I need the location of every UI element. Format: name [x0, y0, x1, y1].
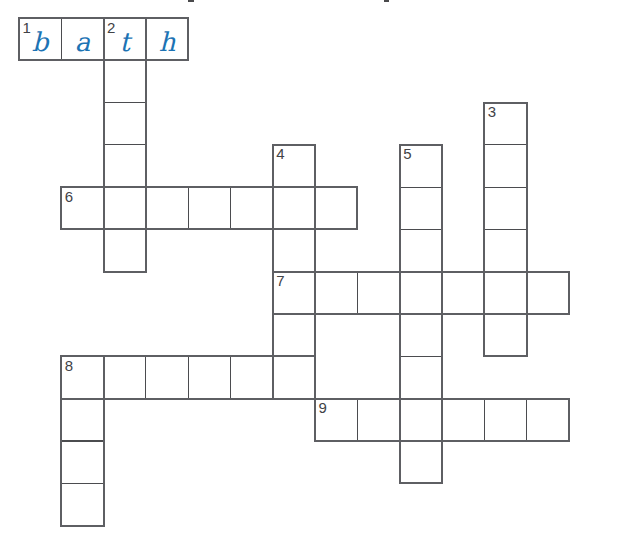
grid-cell-r8c9[interactable]	[399, 356, 442, 399]
crossword-board: bath123456789	[0, 0, 629, 543]
grid-cell-r4c7[interactable]	[315, 187, 358, 230]
grid-cell-r9c11[interactable]	[484, 398, 527, 441]
grid-cell-r5c6[interactable]	[272, 229, 315, 272]
grid-cell-r5c2[interactable]	[103, 229, 146, 272]
grid-cell-r7c6[interactable]	[272, 314, 315, 357]
grid-cell-r6c6[interactable]	[272, 271, 315, 314]
grid-cell-r8c4[interactable]	[188, 356, 231, 399]
grid-cell-r1c2[interactable]	[103, 60, 146, 103]
grid-cell-r6c7[interactable]	[315, 271, 358, 314]
grid-cell-r7c11[interactable]	[484, 314, 527, 357]
grid-cell-r6c12[interactable]	[526, 271, 569, 314]
grid-cell-r6c10[interactable]	[442, 271, 485, 314]
grid-cell-r6c9[interactable]	[399, 271, 442, 314]
grid-cell-r10c9[interactable]	[399, 441, 442, 484]
grid-cell-r3c9[interactable]	[399, 144, 442, 187]
grid-cell-r11c1[interactable]	[61, 483, 104, 526]
grid-cell-r4c1[interactable]	[61, 187, 104, 230]
grid-cell-r8c6[interactable]	[272, 356, 315, 399]
grid-cell-r5c9[interactable]	[399, 229, 442, 272]
grid-cell-r8c2[interactable]	[103, 356, 146, 399]
grid-cell-r10c1[interactable]	[61, 441, 104, 484]
grid-cell-r0c3[interactable]: h	[145, 18, 188, 61]
grid-cell-r6c11[interactable]	[484, 271, 527, 314]
grid-cell-r4c3[interactable]	[145, 187, 188, 230]
crossword-screen: bath123456789	[0, 0, 629, 543]
grid-cell-r5c11[interactable]	[484, 229, 527, 272]
grid-cell-r8c5[interactable]	[230, 356, 273, 399]
grid-cell-r3c11[interactable]	[484, 144, 527, 187]
grid-cell-r0c2[interactable]: t	[103, 18, 146, 61]
grid-cell-r4c6[interactable]	[272, 187, 315, 230]
grid-cell-r9c1[interactable]	[61, 398, 104, 441]
grid-cell-r3c2[interactable]	[103, 144, 146, 187]
grid-cell-r9c7[interactable]	[315, 398, 358, 441]
grid-cell-r3c6[interactable]	[272, 144, 315, 187]
cropped-text-artifact-2	[384, 0, 389, 2]
grid-cell-r7c9[interactable]	[399, 314, 442, 357]
grid-cell-r9c10[interactable]	[442, 398, 485, 441]
grid-cell-r4c2[interactable]	[103, 187, 146, 230]
grid-cell-r2c11[interactable]	[484, 102, 527, 145]
grid-cell-r0c1[interactable]: a	[61, 18, 104, 61]
grid-cell-r6c8[interactable]	[357, 271, 400, 314]
grid-cell-r4c9[interactable]	[399, 187, 442, 230]
cropped-text-artifact-1	[188, 0, 194, 2]
grid-cell-r9c12[interactable]	[526, 398, 569, 441]
grid-cell-r0c0[interactable]: b	[19, 18, 62, 61]
grid-cell-r8c3[interactable]	[145, 356, 188, 399]
cell-letter: t	[104, 24, 145, 60]
cell-letter: b	[20, 24, 61, 60]
grid-cell-r4c11[interactable]	[484, 187, 527, 230]
cell-letter: a	[62, 24, 103, 60]
grid-cell-r2c2[interactable]	[103, 102, 146, 145]
grid-cell-r4c4[interactable]	[188, 187, 231, 230]
grid-cell-r4c5[interactable]	[230, 187, 273, 230]
grid-cell-r9c8[interactable]	[357, 398, 400, 441]
cell-letter: h	[146, 24, 187, 60]
grid-cell-r8c1[interactable]	[61, 356, 104, 399]
grid-cell-r9c9[interactable]	[399, 398, 442, 441]
